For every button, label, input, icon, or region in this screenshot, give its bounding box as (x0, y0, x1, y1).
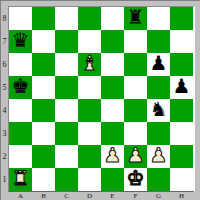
square-c1[interactable] (55, 168, 78, 191)
square-h3[interactable] (170, 122, 193, 145)
file-label-g: G (147, 192, 170, 200)
rank-label-8: 8 (1, 7, 8, 30)
piece-white-pawn-f2[interactable]: ♟ (127, 145, 145, 167)
rank-label-6: 6 (1, 53, 8, 76)
square-f7[interactable] (124, 30, 147, 53)
square-e2[interactable]: ♟ (101, 145, 124, 168)
piece-black-knight-g4[interactable]: ♞ (150, 99, 168, 121)
square-h2[interactable] (170, 145, 193, 168)
piece-black-queen-a7[interactable]: ♛ (12, 30, 30, 52)
square-e5[interactable] (101, 76, 124, 99)
file-label-b: B (32, 192, 55, 200)
rank-label-1: 1 (1, 168, 8, 191)
piece-black-pawn-h5[interactable]: ♟ (173, 76, 191, 98)
file-label-h: H (170, 192, 193, 200)
square-e1[interactable] (101, 168, 124, 191)
square-a1[interactable]: ♜ (9, 168, 32, 191)
piece-white-bishop-d6[interactable]: ♝ (81, 53, 99, 75)
piece-black-king-a5[interactable]: ♚ (12, 76, 30, 98)
square-a3[interactable] (9, 122, 32, 145)
file-label-e: E (101, 192, 124, 200)
square-d4[interactable] (78, 99, 101, 122)
square-a2[interactable] (9, 145, 32, 168)
square-a5[interactable]: ♚ (9, 76, 32, 99)
square-g8[interactable] (147, 7, 170, 30)
file-labels: ABCDEFGH (9, 192, 193, 200)
rank-label-7: 7 (1, 30, 8, 53)
square-d3[interactable] (78, 122, 101, 145)
square-f4[interactable] (124, 99, 147, 122)
square-e7[interactable] (101, 30, 124, 53)
square-f6[interactable] (124, 53, 147, 76)
square-h1[interactable] (170, 168, 193, 191)
piece-white-rook-a1[interactable]: ♜ (12, 168, 30, 190)
square-b5[interactable] (32, 76, 55, 99)
square-g6[interactable]: ♟ (147, 53, 170, 76)
piece-white-king-f1[interactable]: ♚ (127, 168, 145, 190)
square-b6[interactable] (32, 53, 55, 76)
piece-white-pawn-g2[interactable]: ♟ (150, 145, 168, 167)
square-f8[interactable]: ♜ (124, 7, 147, 30)
square-g5[interactable] (147, 76, 170, 99)
square-a4[interactable] (9, 99, 32, 122)
square-h7[interactable] (170, 30, 193, 53)
square-e8[interactable] (101, 7, 124, 30)
square-b8[interactable] (32, 7, 55, 30)
piece-black-pawn-g6[interactable]: ♟ (150, 53, 168, 75)
piece-white-pawn-e2[interactable]: ♟ (104, 145, 122, 167)
square-a8[interactable] (9, 7, 32, 30)
square-c3[interactable] (55, 122, 78, 145)
square-d8[interactable] (78, 7, 101, 30)
square-d6[interactable]: ♝ (78, 53, 101, 76)
square-d1[interactable] (78, 168, 101, 191)
square-d5[interactable] (78, 76, 101, 99)
square-e4[interactable] (101, 99, 124, 122)
square-h5[interactable]: ♟ (170, 76, 193, 99)
file-label-c: C (55, 192, 78, 200)
file-label-d: D (78, 192, 101, 200)
square-h4[interactable] (170, 99, 193, 122)
square-f3[interactable] (124, 122, 147, 145)
chess-window-frame: 87654321 ♜♛♝♟♚♟♞♟♟♟♜♚ ABCDEFGH (0, 0, 200, 200)
square-g3[interactable] (147, 122, 170, 145)
square-g1[interactable] (147, 168, 170, 191)
square-f5[interactable] (124, 76, 147, 99)
square-c8[interactable] (55, 7, 78, 30)
square-f1[interactable]: ♚ (124, 168, 147, 191)
rank-label-5: 5 (1, 76, 8, 99)
rank-label-3: 3 (1, 122, 8, 145)
chess-board[interactable]: ♜♛♝♟♚♟♞♟♟♟♜♚ (8, 6, 195, 192)
rank-labels: 87654321 (1, 7, 8, 191)
square-c4[interactable] (55, 99, 78, 122)
square-b4[interactable] (32, 99, 55, 122)
square-c2[interactable] (55, 145, 78, 168)
square-c6[interactable] (55, 53, 78, 76)
square-d2[interactable] (78, 145, 101, 168)
square-h8[interactable] (170, 7, 193, 30)
square-e6[interactable] (101, 53, 124, 76)
square-f2[interactable]: ♟ (124, 145, 147, 168)
square-b3[interactable] (32, 122, 55, 145)
square-b7[interactable] (32, 30, 55, 53)
square-c7[interactable] (55, 30, 78, 53)
square-d7[interactable] (78, 30, 101, 53)
file-label-a: A (9, 192, 32, 200)
rank-label-2: 2 (1, 145, 8, 168)
file-label-f: F (124, 192, 147, 200)
square-a6[interactable] (9, 53, 32, 76)
rank-label-4: 4 (1, 99, 8, 122)
square-g2[interactable]: ♟ (147, 145, 170, 168)
square-h6[interactable] (170, 53, 193, 76)
square-b2[interactable] (32, 145, 55, 168)
square-b1[interactable] (32, 168, 55, 191)
square-c5[interactable] (55, 76, 78, 99)
square-g7[interactable] (147, 30, 170, 53)
square-a7[interactable]: ♛ (9, 30, 32, 53)
square-g4[interactable]: ♞ (147, 99, 170, 122)
square-e3[interactable] (101, 122, 124, 145)
piece-black-rook-f8[interactable]: ♜ (127, 7, 145, 29)
